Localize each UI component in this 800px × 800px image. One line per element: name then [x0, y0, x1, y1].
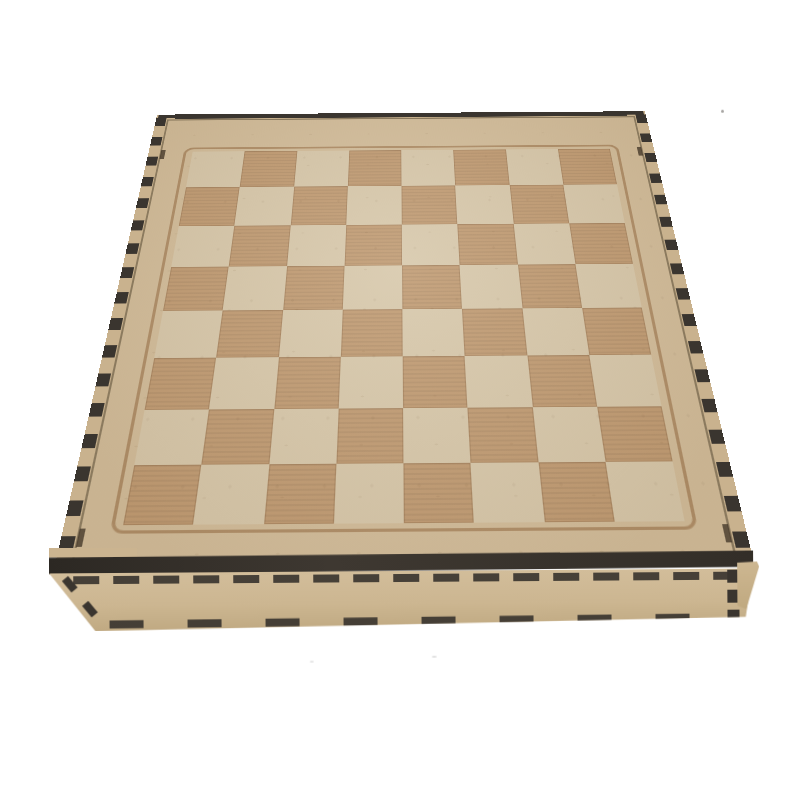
chess-board	[123, 149, 684, 525]
square-d1	[334, 463, 404, 524]
corner-joint-left-dash	[82, 601, 98, 618]
square-b8	[240, 151, 297, 187]
box-top	[55, 111, 752, 562]
square-d6	[344, 224, 402, 265]
square-e3	[403, 356, 468, 408]
square-f2	[468, 407, 538, 463]
lid-notch-top-right	[637, 147, 643, 156]
square-h4	[582, 308, 651, 356]
square-f4	[462, 308, 527, 356]
dust-speck	[432, 656, 437, 658]
square-c1	[263, 463, 336, 524]
square-f6	[458, 223, 518, 264]
square-b2	[202, 409, 274, 465]
square-e6	[402, 224, 460, 265]
dust-speck	[310, 661, 314, 663]
square-f3	[465, 356, 532, 408]
dust-speck	[721, 110, 724, 113]
square-g5	[517, 264, 581, 308]
square-b5	[223, 266, 287, 310]
square-g6	[513, 223, 575, 264]
square-c5	[283, 266, 345, 310]
square-c3	[274, 357, 341, 409]
square-a1	[123, 464, 201, 525]
square-f7	[455, 185, 513, 224]
square-h3	[589, 355, 661, 407]
square-d2	[336, 408, 403, 464]
square-c7	[290, 186, 347, 225]
square-a8	[186, 151, 245, 187]
square-h1	[605, 461, 684, 522]
square-a5	[163, 266, 229, 310]
square-c4	[278, 310, 342, 358]
square-d3	[338, 357, 403, 409]
square-c6	[287, 225, 346, 266]
square-a7	[179, 187, 240, 226]
square-h5	[575, 264, 642, 308]
square-a3	[145, 358, 217, 410]
square-f5	[460, 264, 522, 308]
square-d7	[346, 186, 402, 225]
square-h6	[569, 223, 633, 264]
lid-front-lip	[49, 548, 137, 558]
square-e7	[402, 186, 458, 225]
square-b1	[193, 464, 269, 525]
lid-notch-top-left	[159, 150, 165, 159]
square-g7	[509, 185, 569, 224]
square-g8	[506, 149, 564, 185]
square-a2	[134, 409, 209, 465]
lid-notch-bottom-left	[76, 529, 86, 547]
square-g1	[538, 462, 614, 523]
square-g2	[532, 406, 605, 462]
square-b4	[216, 310, 282, 358]
square-h8	[558, 149, 617, 185]
square-f1	[471, 462, 545, 523]
square-e1	[403, 463, 474, 524]
chess-box-photo	[0, 0, 800, 800]
square-b7	[235, 187, 294, 226]
square-d4	[341, 309, 403, 357]
square-g3	[527, 355, 597, 407]
square-a6	[171, 225, 234, 266]
square-c8	[294, 151, 349, 187]
box-lid	[71, 116, 737, 562]
box-top-scene	[0, 0, 800, 800]
square-h7	[563, 184, 625, 223]
square-a4	[154, 310, 223, 358]
square-d8	[348, 150, 402, 186]
square-c2	[269, 408, 339, 464]
finger-joints-front-top	[73, 572, 743, 585]
square-d5	[343, 265, 403, 309]
photo-tilt-wrapper	[0, 0, 800, 800]
square-f8	[453, 149, 509, 185]
square-e8	[401, 150, 455, 186]
square-g4	[522, 308, 589, 356]
square-e5	[402, 265, 462, 309]
square-b3	[209, 357, 278, 409]
square-b6	[229, 225, 290, 266]
square-e2	[403, 407, 471, 463]
square-h2	[597, 406, 673, 462]
square-e4	[402, 309, 464, 357]
